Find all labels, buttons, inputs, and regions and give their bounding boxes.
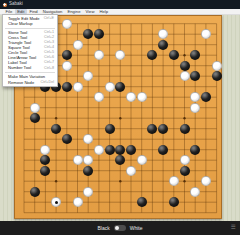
black-stone[interactable] [62, 134, 72, 144]
status-bar: Black White ☰ [0, 221, 240, 235]
black-stone[interactable] [83, 166, 93, 176]
black-stone[interactable] [158, 40, 168, 50]
menu-separator [5, 72, 55, 73]
black-stone[interactable] [115, 82, 125, 92]
white-stone[interactable] [180, 71, 190, 81]
menu-item-label: Clear Markup [8, 22, 33, 26]
white-stone[interactable] [190, 103, 200, 113]
white-stone[interactable] [62, 61, 72, 71]
player-turn-toggle[interactable] [114, 225, 126, 231]
black-stone[interactable] [158, 124, 168, 134]
hoshi-point [119, 117, 121, 119]
white-stone[interactable] [73, 40, 83, 50]
hoshi-point [183, 54, 185, 56]
black-stone[interactable] [105, 145, 115, 155]
black-stone[interactable] [137, 197, 147, 207]
white-stone[interactable] [190, 187, 200, 197]
hoshi-point [55, 117, 57, 119]
menu-item-shortcut: Ctrl+E [44, 17, 54, 21]
black-stone[interactable] [115, 145, 125, 155]
black-stone[interactable] [105, 124, 115, 134]
menu-item-label: Remove Node [8, 81, 34, 85]
white-stone[interactable] [73, 82, 83, 92]
menu-item-label: Make Main Variation [8, 75, 45, 79]
white-stone[interactable] [105, 82, 115, 92]
menu-item-remove-node[interactable]: Remove NodeCtrl+Del [3, 80, 57, 85]
hoshi-point [55, 180, 57, 182]
black-stone[interactable] [51, 124, 61, 134]
menu-item-clear-markup[interactable]: Clear Markup [3, 21, 57, 26]
window-title: Sabaki [9, 2, 23, 7]
white-stone[interactable] [169, 176, 179, 186]
menu-item-shortcut: Ctrl+7 [44, 61, 54, 65]
white-stone[interactable] [73, 197, 83, 207]
hoshi-point [183, 117, 185, 119]
menubar-item-help[interactable]: Help [97, 9, 111, 14]
black-stone[interactable] [169, 50, 179, 60]
toggle-knob [115, 226, 119, 230]
white-stone[interactable] [180, 155, 190, 165]
white-stone[interactable] [137, 155, 147, 165]
menubar-item-view[interactable]: View [83, 9, 97, 14]
black-stone[interactable] [158, 145, 168, 155]
title-bar: Sabaki [0, 0, 240, 9]
menu-separator [5, 28, 55, 29]
black-stone[interactable] [30, 113, 40, 123]
black-stone[interactable] [126, 145, 136, 155]
white-stone[interactable] [30, 103, 40, 113]
white-stone[interactable] [73, 155, 83, 165]
menu-item-shortcut: Ctrl+Del [41, 81, 54, 85]
white-stone[interactable] [83, 187, 93, 197]
black-player-label: Black [97, 226, 109, 231]
edit-menu-dropdown: Toggle Edit ModeCtrl+EClear MarkupStone … [2, 14, 58, 87]
black-stone[interactable] [169, 197, 179, 207]
last-move-marker [55, 201, 58, 204]
hoshi-point [183, 180, 185, 182]
white-stone[interactable] [212, 61, 222, 71]
black-stone[interactable] [212, 71, 222, 81]
hamburger-icon[interactable]: ☰ [231, 225, 236, 231]
black-stone[interactable] [62, 50, 72, 60]
menu-item-label: Number Tool [8, 66, 31, 70]
hoshi-point [119, 180, 121, 182]
white-stone[interactable] [126, 166, 136, 176]
sabaki-app-icon [3, 3, 7, 7]
black-stone[interactable] [30, 187, 40, 197]
black-stone[interactable] [180, 61, 190, 71]
white-player-label: White [130, 226, 143, 231]
white-stone[interactable] [94, 145, 104, 155]
black-stone[interactable] [190, 145, 200, 155]
white-stone[interactable] [137, 92, 147, 102]
black-stone[interactable] [180, 166, 190, 176]
menu-item-shortcut: Ctrl+8 [44, 67, 54, 71]
black-stone[interactable] [62, 82, 72, 92]
menubar-item-engine[interactable]: Engine [65, 9, 83, 14]
menu-item-label: Toggle Edit Mode [8, 17, 40, 21]
white-stone[interactable] [62, 19, 72, 29]
black-stone[interactable] [180, 124, 190, 134]
menu-item-number-tool[interactable]: Number ToolCtrl+8 [3, 66, 57, 71]
